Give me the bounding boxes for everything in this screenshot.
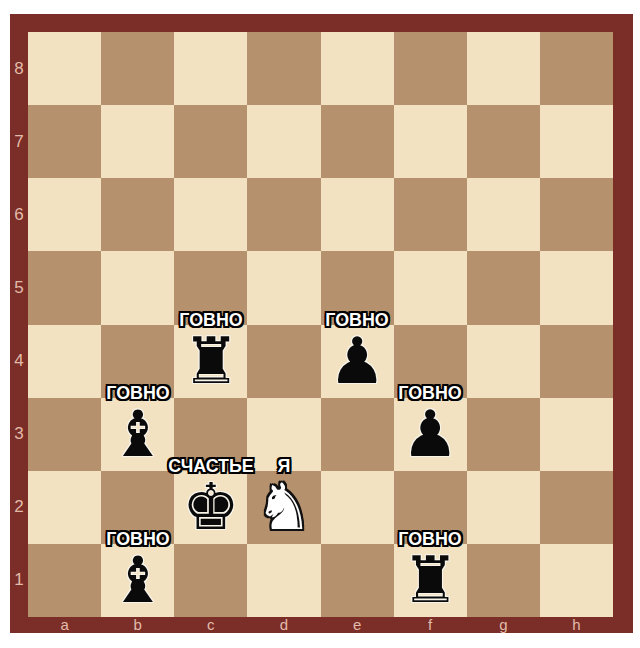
rank-label-6: 6 xyxy=(10,178,28,251)
square-g2 xyxy=(467,471,540,544)
square-e3 xyxy=(321,398,394,471)
square-h3 xyxy=(540,398,613,471)
square-c1 xyxy=(174,544,247,617)
square-c4 xyxy=(174,325,247,398)
square-g1 xyxy=(467,544,540,617)
square-h1 xyxy=(540,544,613,617)
square-e1 xyxy=(321,544,394,617)
square-a4 xyxy=(28,325,101,398)
meme-chess-diagram: ♜ГОВНО♟ГОВНО♝ГОВНО♟ГОВНО♚СЧАСТЬЕ♞Я♝ГОВНО… xyxy=(0,0,640,648)
rank-label-2: 2 xyxy=(10,471,28,544)
square-b7 xyxy=(101,105,174,178)
square-h5 xyxy=(540,251,613,324)
square-h6 xyxy=(540,178,613,251)
file-label-g: g xyxy=(467,616,540,633)
square-h7 xyxy=(540,105,613,178)
file-label-d: d xyxy=(247,616,320,633)
square-e4 xyxy=(321,325,394,398)
square-h4 xyxy=(540,325,613,398)
square-a6 xyxy=(28,178,101,251)
rank-label-7: 7 xyxy=(10,105,28,178)
file-label-a: a xyxy=(28,616,101,633)
square-e8 xyxy=(321,32,394,105)
rank-label-5: 5 xyxy=(10,251,28,324)
square-f3 xyxy=(394,398,467,471)
square-c2 xyxy=(174,471,247,544)
square-b2 xyxy=(101,471,174,544)
square-a2 xyxy=(28,471,101,544)
square-c7 xyxy=(174,105,247,178)
square-g7 xyxy=(467,105,540,178)
square-d5 xyxy=(247,251,320,324)
square-b1 xyxy=(101,544,174,617)
square-c8 xyxy=(174,32,247,105)
square-f1 xyxy=(394,544,467,617)
square-g8 xyxy=(467,32,540,105)
square-f6 xyxy=(394,178,467,251)
square-f4 xyxy=(394,325,467,398)
square-g4 xyxy=(467,325,540,398)
square-h8 xyxy=(540,32,613,105)
square-d4 xyxy=(247,325,320,398)
square-d8 xyxy=(247,32,320,105)
square-e2 xyxy=(321,471,394,544)
square-b6 xyxy=(101,178,174,251)
chess-board xyxy=(28,32,613,617)
square-e6 xyxy=(321,178,394,251)
square-a3 xyxy=(28,398,101,471)
square-f8 xyxy=(394,32,467,105)
square-b8 xyxy=(101,32,174,105)
square-a5 xyxy=(28,251,101,324)
square-g5 xyxy=(467,251,540,324)
rank-label-8: 8 xyxy=(10,32,28,105)
square-a7 xyxy=(28,105,101,178)
file-label-e: e xyxy=(321,616,394,633)
file-label-c: c xyxy=(174,616,247,633)
square-a1 xyxy=(28,544,101,617)
square-c6 xyxy=(174,178,247,251)
square-d7 xyxy=(247,105,320,178)
square-c5 xyxy=(174,251,247,324)
square-f7 xyxy=(394,105,467,178)
square-d1 xyxy=(247,544,320,617)
square-f5 xyxy=(394,251,467,324)
square-b5 xyxy=(101,251,174,324)
square-e7 xyxy=(321,105,394,178)
file-label-b: b xyxy=(101,616,174,633)
square-a8 xyxy=(28,32,101,105)
rank-label-4: 4 xyxy=(10,325,28,398)
square-e5 xyxy=(321,251,394,324)
square-d6 xyxy=(247,178,320,251)
square-d3 xyxy=(247,398,320,471)
rank-label-3: 3 xyxy=(10,398,28,471)
square-g3 xyxy=(467,398,540,471)
file-label-h: h xyxy=(540,616,613,633)
square-d2 xyxy=(247,471,320,544)
square-h2 xyxy=(540,471,613,544)
rank-label-1: 1 xyxy=(10,544,28,617)
chess-board-frame: ♜ГОВНО♟ГОВНО♝ГОВНО♟ГОВНО♚СЧАСТЬЕ♞Я♝ГОВНО… xyxy=(10,14,633,633)
square-f2 xyxy=(394,471,467,544)
file-label-f: f xyxy=(394,616,467,633)
square-b4 xyxy=(101,325,174,398)
square-g6 xyxy=(467,178,540,251)
square-c3 xyxy=(174,398,247,471)
square-b3 xyxy=(101,398,174,471)
